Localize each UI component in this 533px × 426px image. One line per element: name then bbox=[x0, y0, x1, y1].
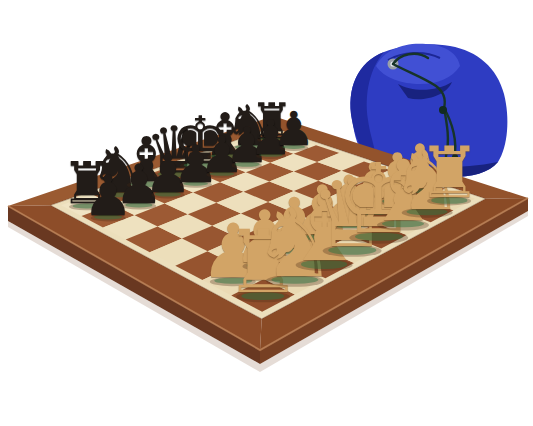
chess-board bbox=[0, 0, 533, 426]
chess-set-product-photo: ♜♞♝♛♚♝♞♜♟♟♟♟♟♟♟♟♟♟♟♟♟♟♟♟♜♞♝♛♚♝♞♜ bbox=[0, 0, 533, 426]
